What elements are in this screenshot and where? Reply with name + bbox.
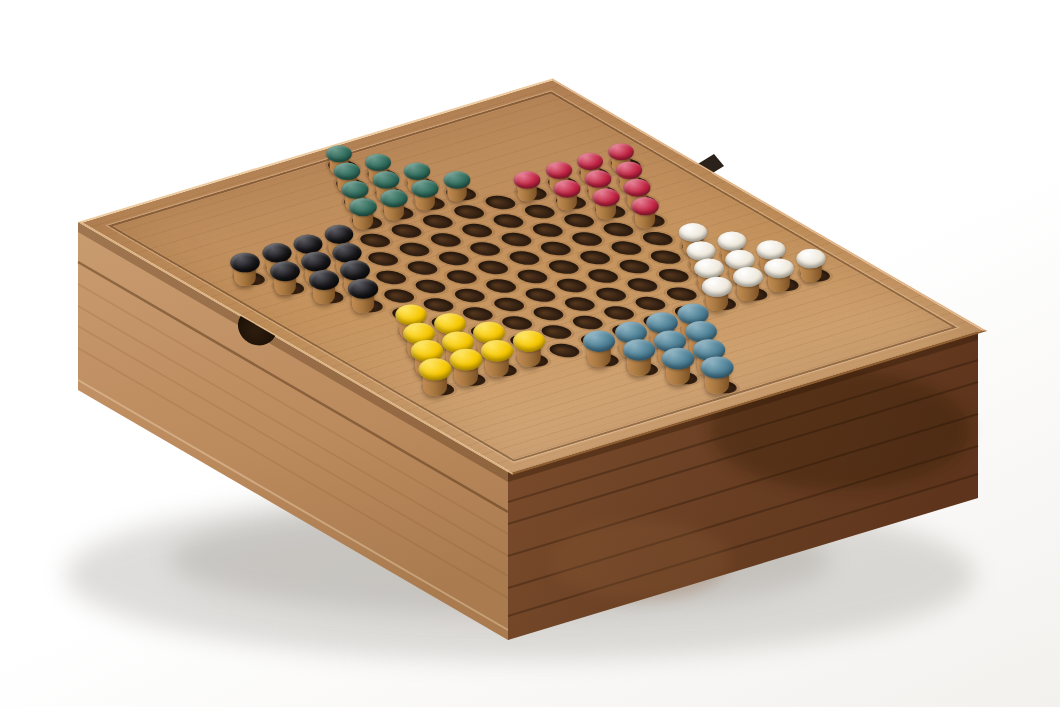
peg-green[interactable] bbox=[443, 171, 470, 203]
peg-cap-red bbox=[632, 197, 659, 215]
peg-black[interactable] bbox=[270, 261, 300, 297]
peg-yellow[interactable] bbox=[513, 331, 545, 370]
peg-cap-black bbox=[309, 270, 339, 290]
peg-cap-yellow bbox=[418, 358, 451, 380]
peg-cap-black bbox=[294, 234, 323, 253]
peg-cap-white bbox=[718, 232, 747, 251]
peg-cap-black bbox=[348, 279, 378, 299]
peg-yellow[interactable] bbox=[418, 358, 451, 398]
peg-cap-red bbox=[616, 161, 642, 179]
peg-cap-white bbox=[701, 276, 731, 296]
peg-white[interactable] bbox=[733, 267, 763, 303]
peg-yellow[interactable] bbox=[481, 340, 513, 379]
peg-black[interactable] bbox=[348, 279, 378, 315]
peg-cap-green bbox=[326, 145, 352, 162]
peg-cap-black bbox=[231, 253, 260, 273]
peg-cap-green bbox=[443, 171, 470, 189]
peg-cap-red bbox=[545, 161, 571, 179]
peg-black[interactable] bbox=[231, 253, 260, 288]
peg-red[interactable] bbox=[553, 179, 580, 211]
peg-yellow[interactable] bbox=[450, 349, 483, 388]
peg-green[interactable] bbox=[412, 180, 439, 212]
peg-cap-green bbox=[365, 154, 391, 171]
pegs-layer bbox=[0, 0, 1060, 707]
peg-cap-red bbox=[585, 170, 612, 188]
peg-cap-white bbox=[678, 223, 706, 242]
peg-cap-red bbox=[592, 188, 619, 206]
peg-cap-red bbox=[514, 171, 541, 189]
peg-blue[interactable] bbox=[662, 348, 695, 387]
peg-blue[interactable] bbox=[583, 330, 615, 369]
peg-black[interactable] bbox=[309, 270, 339, 306]
peg-red[interactable] bbox=[592, 188, 619, 221]
peg-white[interactable] bbox=[764, 258, 794, 294]
peg-blue[interactable] bbox=[622, 339, 654, 378]
peg-cap-white bbox=[796, 249, 825, 269]
peg-cap-green bbox=[380, 189, 407, 207]
peg-cap-blue bbox=[662, 348, 695, 370]
peg-cap-blue bbox=[622, 339, 654, 361]
peg-cap-green bbox=[341, 181, 368, 199]
peg-white[interactable] bbox=[796, 249, 825, 284]
peg-cap-white bbox=[733, 267, 763, 287]
peg-blue[interactable] bbox=[701, 356, 734, 396]
peg-green[interactable] bbox=[380, 189, 407, 222]
peg-cap-white bbox=[764, 258, 794, 278]
peg-cap-red bbox=[577, 152, 603, 169]
peg-red[interactable] bbox=[632, 197, 659, 230]
peg-cap-white bbox=[694, 259, 724, 279]
peg-cap-white bbox=[725, 249, 754, 269]
photo-scene bbox=[0, 0, 1060, 707]
peg-cap-white bbox=[686, 241, 715, 260]
peg-cap-red bbox=[553, 179, 580, 197]
peg-cap-black bbox=[270, 261, 300, 281]
peg-red[interactable] bbox=[514, 171, 541, 203]
